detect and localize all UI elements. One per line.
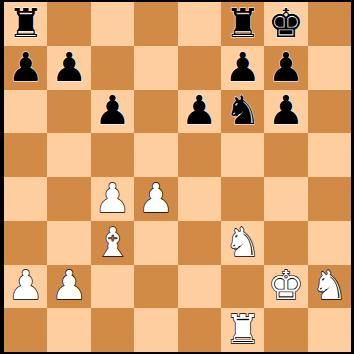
- square-f5[interactable]: [221, 133, 264, 177]
- square-c8[interactable]: [91, 2, 134, 46]
- square-c4[interactable]: ♟: [91, 177, 134, 221]
- square-f3[interactable]: ♞: [221, 221, 264, 265]
- square-b2[interactable]: ♟: [47, 265, 90, 309]
- square-h1[interactable]: [308, 308, 351, 352]
- square-f4[interactable]: [221, 177, 264, 221]
- square-e3[interactable]: [178, 221, 221, 265]
- square-h2[interactable]: ♞: [308, 265, 351, 309]
- square-h6[interactable]: [308, 90, 351, 134]
- square-b8[interactable]: [47, 2, 90, 46]
- square-c7[interactable]: [91, 46, 134, 90]
- square-c1[interactable]: [91, 308, 134, 352]
- piece-black-rook-a8: ♜: [8, 3, 44, 43]
- square-h7[interactable]: [308, 46, 351, 90]
- piece-black-pawn-a7: ♟: [8, 47, 44, 87]
- square-d4[interactable]: ♟: [134, 177, 177, 221]
- square-f6[interactable]: ♞: [221, 90, 264, 134]
- square-e2[interactable]: [178, 265, 221, 309]
- square-e6[interactable]: ♟: [178, 90, 221, 134]
- square-d7[interactable]: [134, 46, 177, 90]
- square-a4[interactable]: [4, 177, 47, 221]
- square-d5[interactable]: [134, 133, 177, 177]
- square-c3[interactable]: ♝: [91, 221, 134, 265]
- piece-white-pawn-b2: ♟: [51, 265, 87, 305]
- piece-black-pawn-f7: ♟: [225, 47, 261, 87]
- square-a5[interactable]: [4, 133, 47, 177]
- square-e7[interactable]: [178, 46, 221, 90]
- square-c6[interactable]: ♟: [91, 90, 134, 134]
- square-a8[interactable]: ♜: [4, 2, 47, 46]
- piece-black-knight-f6: ♞: [225, 90, 261, 130]
- square-e4[interactable]: [178, 177, 221, 221]
- square-b6[interactable]: [47, 90, 90, 134]
- square-h4[interactable]: [308, 177, 351, 221]
- piece-black-king-g8: ♚: [268, 3, 304, 43]
- square-g5[interactable]: [264, 133, 307, 177]
- square-g3[interactable]: [264, 221, 307, 265]
- square-d1[interactable]: [134, 308, 177, 352]
- square-f2[interactable]: [221, 265, 264, 309]
- square-h3[interactable]: [308, 221, 351, 265]
- piece-white-bishop-c3: ♝: [95, 222, 131, 262]
- piece-white-rook-f1: ♜: [225, 309, 261, 349]
- square-g1[interactable]: [264, 308, 307, 352]
- piece-white-pawn-a2: ♟: [8, 265, 44, 305]
- square-a2[interactable]: ♟: [4, 265, 47, 309]
- square-b3[interactable]: [47, 221, 90, 265]
- square-e5[interactable]: [178, 133, 221, 177]
- square-g6[interactable]: ♟: [264, 90, 307, 134]
- square-g7[interactable]: ♟: [264, 46, 307, 90]
- piece-black-pawn-c6: ♟: [95, 90, 131, 130]
- square-f7[interactable]: ♟: [221, 46, 264, 90]
- square-d8[interactable]: [134, 2, 177, 46]
- piece-black-rook-f8: ♜: [225, 3, 261, 43]
- piece-white-pawn-d4: ♟: [138, 178, 174, 218]
- square-b4[interactable]: [47, 177, 90, 221]
- square-g4[interactable]: [264, 177, 307, 221]
- square-e8[interactable]: [178, 2, 221, 46]
- square-a3[interactable]: [4, 221, 47, 265]
- square-h5[interactable]: [308, 133, 351, 177]
- square-c2[interactable]: [91, 265, 134, 309]
- square-c5[interactable]: [91, 133, 134, 177]
- square-b1[interactable]: [47, 308, 90, 352]
- square-g2[interactable]: ♚: [264, 265, 307, 309]
- piece-black-pawn-g7: ♟: [268, 47, 304, 87]
- piece-white-pawn-c4: ♟: [95, 178, 131, 218]
- square-a1[interactable]: [4, 308, 47, 352]
- square-g8[interactable]: ♚: [264, 2, 307, 46]
- piece-white-knight-h2: ♞: [311, 265, 347, 305]
- piece-white-knight-f3: ♞: [225, 222, 261, 262]
- piece-black-pawn-e6: ♟: [181, 90, 217, 130]
- piece-black-pawn-b7: ♟: [51, 47, 87, 87]
- square-d2[interactable]: [134, 265, 177, 309]
- square-a6[interactable]: [4, 90, 47, 134]
- square-f1[interactable]: ♜: [221, 308, 264, 352]
- chess-board: ♜♜♚♟♟♟♟♟♟♞♟♟♟♝♞♟♟♚♞♜: [4, 2, 351, 352]
- chess-board-frame: ♜♜♚♟♟♟♟♟♟♞♟♟♟♝♞♟♟♚♞♜: [0, 0, 354, 354]
- piece-black-pawn-g6: ♟: [268, 90, 304, 130]
- square-e1[interactable]: [178, 308, 221, 352]
- piece-white-king-g2: ♚: [268, 265, 304, 305]
- square-h8[interactable]: [308, 2, 351, 46]
- square-d3[interactable]: [134, 221, 177, 265]
- square-b5[interactable]: [47, 133, 90, 177]
- square-b7[interactable]: ♟: [47, 46, 90, 90]
- square-f8[interactable]: ♜: [221, 2, 264, 46]
- square-d6[interactable]: [134, 90, 177, 134]
- square-a7[interactable]: ♟: [4, 46, 47, 90]
